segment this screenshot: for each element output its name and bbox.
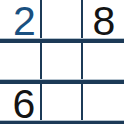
sudoku-cell-r0c1[interactable]: 8 <box>42 0 81 38</box>
sudoku-cell-r2c0[interactable]: 5 <box>0 84 40 120</box>
sudoku-cell-r1c1[interactable] <box>42 43 81 80</box>
sudoku-cell-r2c2[interactable]: 3 <box>83 84 124 120</box>
sudoku-cell-r0c0[interactable]: 2 <box>0 0 40 38</box>
grid-line-horizontal-bottom <box>0 120 124 125</box>
grid-line-vertical-2 <box>81 0 83 124</box>
sudoku-board: 2 8 4 6 9 5 1 3 <box>0 0 124 124</box>
grid-line-horizontal-2 <box>0 79 124 84</box>
sudoku-cell-r1c0[interactable]: 6 <box>0 43 40 80</box>
grid-line-vertical-1 <box>40 0 42 124</box>
sudoku-cell-r2c1[interactable]: 1 <box>42 84 81 120</box>
grid-line-horizontal-1 <box>0 38 124 43</box>
cell-digit: 2 <box>13 0 36 41</box>
sudoku-cell-r1c2[interactable]: 9 <box>83 43 124 80</box>
sudoku-cell-r0c2[interactable]: 4 <box>83 0 124 38</box>
